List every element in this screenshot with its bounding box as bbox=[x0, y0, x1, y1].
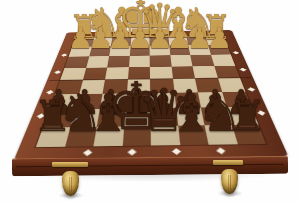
inlay-dot bbox=[162, 32, 168, 35]
square-g4 bbox=[83, 67, 108, 80]
brass-hinge-plate-left bbox=[52, 162, 88, 167]
square-f2 bbox=[109, 46, 130, 56]
square-f5 bbox=[103, 79, 128, 93]
square-a1 bbox=[205, 35, 227, 44]
inlay-dot bbox=[127, 149, 136, 156]
square-d7 bbox=[150, 108, 177, 126]
square-c7 bbox=[176, 107, 205, 125]
inlay-dot bbox=[216, 147, 225, 154]
inlay-dot bbox=[233, 51, 239, 54]
square-a2 bbox=[208, 44, 231, 54]
chess-set-photo: ♜♞♝♚♛♝♞♜♟♟♟♟♟♟♟♟♟♟♟♟♟♟♟♟♜♞♝♚♛♝♞♜ bbox=[0, 0, 300, 202]
square-a7 bbox=[226, 107, 258, 125]
square-c6 bbox=[174, 92, 201, 108]
square-g8 bbox=[65, 126, 97, 146]
square-e3 bbox=[128, 56, 149, 67]
inlay-dot bbox=[172, 148, 181, 155]
square-c5 bbox=[172, 78, 197, 92]
brass-hinge-plate-right bbox=[213, 160, 243, 165]
inlay-dot bbox=[61, 53, 67, 56]
square-g2 bbox=[89, 46, 111, 56]
square-f7 bbox=[97, 109, 125, 127]
inlay-dot bbox=[36, 113, 44, 118]
square-a6 bbox=[222, 91, 252, 107]
square-e4 bbox=[128, 67, 150, 80]
square-a8 bbox=[231, 124, 266, 144]
square-d8 bbox=[151, 125, 180, 145]
square-f1 bbox=[111, 37, 131, 46]
square-d3 bbox=[150, 55, 171, 66]
square-e7 bbox=[124, 108, 151, 126]
square-a5 bbox=[217, 78, 245, 92]
square-c2 bbox=[169, 45, 190, 55]
square-f8 bbox=[93, 126, 123, 146]
square-a4 bbox=[214, 65, 240, 78]
square-g6 bbox=[75, 93, 103, 109]
inlay-dot bbox=[83, 149, 92, 156]
square-d5 bbox=[150, 79, 174, 93]
square-e8 bbox=[122, 126, 151, 146]
square-a3 bbox=[211, 54, 236, 65]
inlay-dot bbox=[248, 87, 255, 91]
square-g7 bbox=[70, 109, 100, 127]
square-c1 bbox=[168, 36, 188, 45]
inlay-dot bbox=[190, 32, 196, 35]
square-e6 bbox=[125, 93, 150, 109]
square-d6 bbox=[150, 92, 175, 108]
square-f6 bbox=[100, 93, 127, 109]
square-e5 bbox=[126, 79, 150, 93]
inlay-dot bbox=[135, 33, 141, 36]
inlay-dot bbox=[107, 33, 113, 36]
square-c4 bbox=[171, 66, 195, 79]
square-d4 bbox=[150, 66, 173, 79]
square-g3 bbox=[86, 56, 109, 67]
inlay-dot bbox=[46, 90, 53, 95]
square-g1 bbox=[92, 37, 113, 46]
square-g5 bbox=[79, 80, 105, 94]
square-e2 bbox=[129, 45, 149, 55]
square-e1 bbox=[130, 36, 149, 45]
inlay-dot bbox=[54, 70, 61, 74]
inlay-dot bbox=[240, 68, 247, 72]
square-f3 bbox=[107, 56, 129, 67]
square-f4 bbox=[105, 67, 128, 80]
inlay-dot bbox=[257, 110, 265, 115]
square-d2 bbox=[150, 45, 170, 55]
square-d1 bbox=[149, 36, 168, 45]
chess-board bbox=[14, 30, 289, 160]
square-c3 bbox=[170, 55, 193, 66]
square-c8 bbox=[178, 125, 209, 145]
